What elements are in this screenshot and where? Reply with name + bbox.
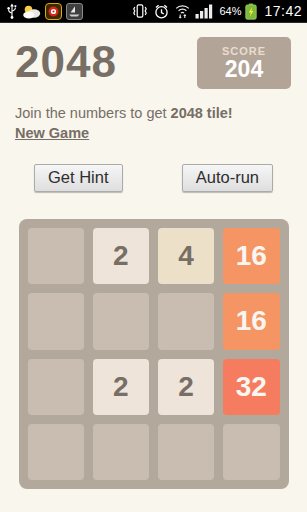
wifi-icon [174, 3, 191, 20]
page-title: 2048 [15, 36, 117, 88]
battery-charging-icon [245, 3, 257, 20]
signal-icon [195, 3, 214, 19]
score-value: 204 [225, 57, 263, 82]
tile-2: 2 [93, 228, 149, 284]
auto-run-button[interactable]: Auto-run [182, 164, 273, 192]
usb-icon [6, 3, 18, 20]
toolbar: Get Hint Auto-run [0, 164, 307, 192]
board-cell-empty [158, 293, 214, 349]
battery-percent: 64% [219, 5, 241, 17]
vibrate-icon [131, 3, 149, 19]
get-hint-button[interactable]: Get Hint [34, 164, 123, 192]
board-cell-empty [93, 424, 149, 480]
tagline-goal: 2048 tile! [171, 105, 233, 121]
score-label: SCORE [222, 45, 266, 57]
board-cell-empty [158, 424, 214, 480]
tile-16: 16 [223, 293, 279, 349]
alarm-icon [153, 3, 170, 20]
video-app-icon [66, 3, 83, 20]
tile-32: 32 [223, 359, 279, 415]
weather-icon [22, 4, 41, 19]
clock-time: 17:42 [264, 3, 302, 19]
new-game-link[interactable]: New Game [15, 123, 89, 143]
weibo-icon [45, 3, 62, 20]
game-board[interactable]: 2416162232 [19, 219, 289, 489]
tagline: Join the numbers to get 2048 tile! [0, 103, 307, 123]
board-cell-empty [223, 424, 279, 480]
tile-2: 2 [158, 359, 214, 415]
board-cell-empty [28, 424, 84, 480]
board-cell-empty [93, 293, 149, 349]
board-cell-empty [28, 293, 84, 349]
header: 2048 SCORE 204 [0, 23, 307, 89]
tagline-prefix: Join the numbers to get [15, 105, 171, 121]
status-bar: 64% 17:42 [0, 0, 307, 23]
board-cell-empty [28, 359, 84, 415]
tile-16: 16 [223, 228, 279, 284]
board-cell-empty [28, 228, 84, 284]
tile-2: 2 [93, 359, 149, 415]
tile-4: 4 [158, 228, 214, 284]
score-box: SCORE 204 [197, 37, 291, 89]
